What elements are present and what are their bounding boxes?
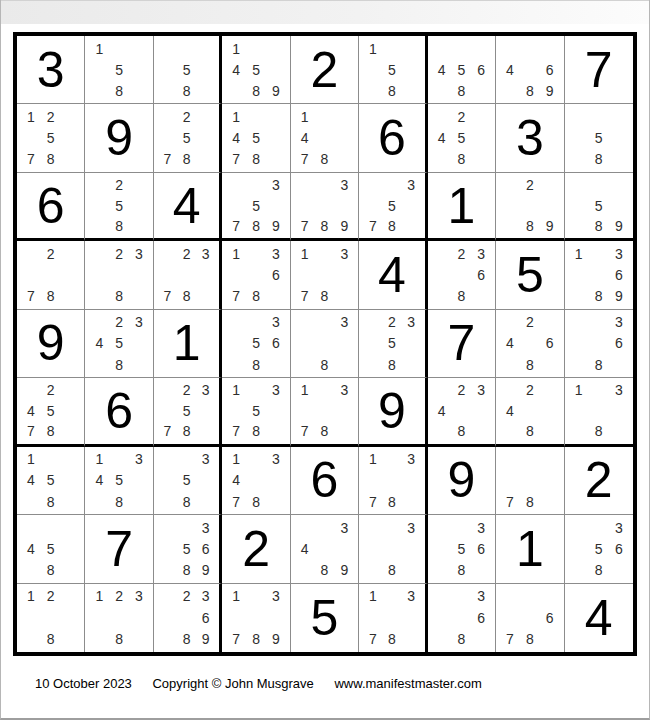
cell-r5c1[interactable]: 9: [17, 310, 85, 378]
cell-r2c7[interactable]: 2458: [428, 104, 496, 172]
cell-r9c3[interactable]: 23689: [154, 584, 222, 652]
cell-r6c9[interactable]: 138: [565, 378, 633, 446]
candidate-grid: 2348: [428, 378, 495, 443]
cell-r1c1[interactable]: 3: [17, 36, 85, 104]
candidate-digit: 8: [315, 149, 335, 170]
solved-digit: 9: [85, 104, 152, 171]
candidate-digit: 3: [266, 175, 286, 195]
candidate-digit: 5: [177, 470, 196, 491]
candidate-digit: 8: [246, 629, 266, 650]
candidate-digit: 9: [266, 80, 286, 101]
candidate-digit: 5: [41, 401, 61, 421]
cell-r2c6[interactable]: 6: [359, 104, 427, 172]
cell-r3c9[interactable]: 589: [565, 173, 633, 241]
cell-r3c8[interactable]: 289: [496, 173, 564, 241]
candidate-grid: 248: [496, 378, 563, 443]
candidate-digit: 4: [89, 333, 109, 354]
candidate-digit: 8: [382, 354, 401, 375]
candidate-digit: 3: [402, 449, 421, 470]
candidate-digit: 1: [569, 380, 589, 400]
candidate-digit: 8: [315, 354, 335, 375]
candidate-grid: 1478: [291, 104, 358, 171]
candidate-digit: 1: [89, 586, 109, 607]
candidate-digit: 8: [246, 80, 266, 101]
candidate-digit: 8: [109, 80, 129, 101]
candidate-digit: 9: [196, 559, 215, 580]
candidate-digit: 7: [363, 629, 382, 650]
cell-r7c9[interactable]: 2: [565, 447, 633, 515]
candidate-digit: 8: [451, 629, 471, 650]
candidate-digit: 3: [471, 586, 491, 607]
candidate-digit: 8: [246, 491, 266, 512]
cell-r2c9[interactable]: 58: [565, 104, 633, 172]
candidate-digit: 8: [109, 629, 129, 650]
candidate-digit: 8: [382, 80, 401, 101]
candidate-digit: 8: [246, 216, 266, 236]
cell-r1c8[interactable]: 4689: [496, 36, 564, 104]
candidate-digit: 5: [382, 333, 401, 354]
cell-r9c5[interactable]: 5: [291, 584, 359, 652]
cell-r9c6[interactable]: 1378: [359, 584, 427, 652]
candidate-digit: 2: [41, 106, 61, 127]
candidate-digit: 5: [109, 195, 129, 215]
candidate-digit: 5: [41, 128, 61, 149]
candidate-digit: 2: [451, 106, 471, 127]
candidate-digit: 1: [295, 243, 315, 264]
cell-r6c4[interactable]: 13578: [222, 378, 290, 446]
candidate-digit: 6: [266, 333, 286, 354]
candidate-digit: 3: [402, 175, 421, 195]
cell-r8c8[interactable]: 1: [496, 515, 564, 583]
candidate-grid: 14578: [222, 104, 289, 171]
candidate-digit: 3: [471, 243, 491, 264]
cell-r1c2[interactable]: 158: [85, 36, 153, 104]
candidate-digit: 1: [569, 243, 589, 264]
candidate-digit: 3: [196, 380, 215, 400]
cell-r5c6[interactable]: 2358: [359, 310, 427, 378]
cell-r9c9[interactable]: 4: [565, 584, 633, 652]
cell-r8c3[interactable]: 35689: [154, 515, 222, 583]
cell-r8c4[interactable]: 2: [222, 515, 290, 583]
candidate-digit: 9: [540, 80, 560, 101]
candidate-digit: 8: [520, 80, 540, 101]
candidate-digit: 8: [520, 629, 540, 650]
candidate-digit: 8: [451, 149, 471, 170]
candidate-grid: 23689: [154, 584, 219, 652]
candidate-grid: 13578: [222, 378, 289, 443]
candidate-digit: 4: [500, 59, 520, 80]
candidate-digit: 8: [315, 559, 335, 580]
candidate-digit: 3: [129, 312, 149, 333]
cell-r9c1[interactable]: 128: [17, 584, 85, 652]
candidate-digit: 8: [177, 491, 196, 512]
cell-r3c5[interactable]: 3789: [291, 173, 359, 241]
cell-r7c1[interactable]: 1458: [17, 447, 85, 515]
cell-r1c6[interactable]: 158: [359, 36, 427, 104]
candidate-grid: 3568: [222, 310, 289, 377]
candidate-digit: 3: [402, 312, 421, 333]
cell-r2c2[interactable]: 9: [85, 104, 153, 172]
candidate-digit: 6: [196, 538, 215, 559]
candidate-digit: 7: [295, 149, 315, 170]
candidate-digit: 7: [295, 216, 315, 236]
cell-r1c5[interactable]: 2: [291, 36, 359, 104]
candidate-digit: 7: [226, 421, 246, 441]
candidate-digit: 6: [196, 607, 215, 628]
candidate-digit: 8: [589, 286, 609, 307]
candidate-grid: 2458: [428, 104, 495, 171]
candidate-digit: 7: [226, 149, 246, 170]
candidate-digit: 5: [109, 59, 129, 80]
candidate-digit: 2: [177, 243, 196, 264]
cell-r4c8[interactable]: 5: [496, 241, 564, 309]
candidate-digit: 8: [315, 421, 335, 441]
candidate-digit: 5: [246, 401, 266, 421]
candidate-digit: 2: [451, 380, 471, 400]
candidate-digit: 1: [21, 449, 41, 470]
candidate-digit: 8: [41, 559, 61, 580]
candidate-digit: 8: [589, 149, 609, 170]
candidate-digit: 8: [177, 286, 196, 307]
candidate-digit: 8: [109, 354, 129, 375]
candidate-digit: 2: [177, 380, 196, 400]
candidate-grid: 1458: [17, 447, 84, 514]
candidate-digit: 8: [382, 559, 401, 580]
candidate-grid: 58: [565, 104, 633, 171]
cell-r7c2[interactable]: 13458: [85, 447, 153, 515]
candidate-digit: 4: [432, 401, 452, 421]
candidate-grid: 1378: [359, 447, 424, 514]
candidate-digit: 5: [109, 470, 129, 491]
candidate-digit: 2: [109, 243, 129, 264]
candidate-digit: 8: [177, 80, 196, 101]
candidate-grid: 289: [496, 173, 563, 238]
candidate-digit: 5: [382, 59, 401, 80]
cell-r6c1[interactable]: 24578: [17, 378, 85, 446]
candidate-grid: 2578: [154, 104, 219, 171]
candidate-digit: 6: [609, 538, 629, 559]
footer: 10 October 2023 Copyright © John Musgrav…: [35, 676, 482, 691]
cell-r3c3[interactable]: 4: [154, 173, 222, 241]
candidate-grid: 368: [565, 310, 633, 377]
candidate-grid: 38: [291, 310, 358, 377]
candidate-grid: 2378: [154, 241, 219, 308]
candidate-digit: 3: [196, 243, 215, 264]
candidate-digit: 3: [334, 175, 354, 195]
cell-r9c4[interactable]: 13789: [222, 584, 290, 652]
candidate-digit: 5: [246, 128, 266, 149]
candidate-grid: 4568: [428, 36, 495, 103]
solved-digit: 2: [291, 36, 358, 103]
candidate-digit: 8: [520, 491, 540, 512]
candidate-digit: 1: [363, 586, 382, 607]
candidate-digit: 6: [471, 607, 491, 628]
solved-digit: 6: [17, 173, 84, 238]
cell-r7c4[interactable]: 13478: [222, 447, 290, 515]
candidate-digit: 8: [451, 421, 471, 441]
solved-digit: 1: [428, 173, 495, 238]
candidate-digit: 7: [363, 491, 382, 512]
candidate-digit: 8: [246, 286, 266, 307]
candidate-grid: 3489: [291, 515, 358, 582]
candidate-digit: 8: [520, 421, 540, 441]
candidate-digit: 3: [266, 449, 286, 470]
candidate-digit: 4: [500, 333, 520, 354]
candidate-digit: 9: [609, 216, 629, 236]
candidate-digit: 7: [500, 629, 520, 650]
cell-r4c5[interactable]: 1378: [291, 241, 359, 309]
cell-r5c4[interactable]: 3568: [222, 310, 290, 378]
candidate-digit: 6: [471, 59, 491, 80]
candidate-digit: 1: [363, 449, 382, 470]
candidate-digit: 9: [609, 286, 629, 307]
candidate-digit: 7: [500, 491, 520, 512]
candidate-digit: 2: [382, 312, 401, 333]
solved-digit: 9: [17, 310, 84, 377]
cell-r8c2[interactable]: 7: [85, 515, 153, 583]
cell-r5c7[interactable]: 7: [428, 310, 496, 378]
candidate-digit: 5: [589, 538, 609, 559]
candidate-digit: 4: [89, 470, 109, 491]
candidate-digit: 8: [589, 559, 609, 580]
candidate-grid: 38: [359, 515, 424, 582]
candidate-digit: 1: [226, 106, 246, 127]
candidate-digit: 1: [89, 449, 109, 470]
candidate-grid: 589: [565, 173, 633, 238]
cell-r3c4[interactable]: 35789: [222, 173, 290, 241]
candidate-digit: 7: [158, 286, 177, 307]
cell-r4c7[interactable]: 2368: [428, 241, 496, 309]
solved-digit: 1: [154, 310, 219, 377]
cell-r7c7[interactable]: 9: [428, 447, 496, 515]
candidate-digit: 8: [177, 149, 196, 170]
candidate-digit: 8: [246, 421, 266, 441]
cell-r3c2[interactable]: 258: [85, 173, 153, 241]
candidate-digit: 3: [471, 380, 491, 400]
candidate-digit: 8: [382, 216, 401, 236]
solved-digit: 4: [154, 173, 219, 238]
candidate-digit: 1: [226, 243, 246, 264]
cell-r2c5[interactable]: 1478: [291, 104, 359, 172]
solved-digit: 6: [85, 378, 152, 443]
candidate-digit: 7: [226, 491, 246, 512]
cell-r3c6[interactable]: 3578: [359, 173, 427, 241]
candidate-grid: 138: [565, 378, 633, 443]
cell-r8c1[interactable]: 458: [17, 515, 85, 583]
candidate-digit: 3: [266, 312, 286, 333]
candidate-digit: 4: [432, 128, 452, 149]
solved-digit: 1: [496, 515, 563, 582]
solved-digit: 4: [565, 584, 633, 652]
cell-r6c6[interactable]: 9: [359, 378, 427, 446]
cell-r4c1[interactable]: 278: [17, 241, 85, 309]
candidate-grid: 2358: [359, 310, 424, 377]
candidate-digit: 2: [41, 380, 61, 400]
candidate-digit: 8: [41, 421, 61, 441]
candidate-grid: 13678: [222, 241, 289, 308]
cell-r7c8[interactable]: 78: [496, 447, 564, 515]
candidate-digit: 8: [589, 216, 609, 236]
candidate-grid: 13478: [222, 447, 289, 514]
candidate-grid: 13689: [565, 241, 633, 308]
candidate-grid: 3568: [565, 515, 633, 582]
cell-r1c4[interactable]: 14589: [222, 36, 290, 104]
solved-digit: 5: [291, 584, 358, 652]
solved-digit: 9: [428, 447, 495, 514]
cell-r2c4[interactable]: 14578: [222, 104, 290, 172]
cell-r6c8[interactable]: 248: [496, 378, 564, 446]
candidate-digit: 6: [471, 538, 491, 559]
candidate-grid: 678: [496, 584, 563, 652]
candidate-digit: 3: [129, 449, 149, 470]
cell-r6c3[interactable]: 23578: [154, 378, 222, 446]
candidate-digit: 3: [609, 243, 629, 264]
cell-r9c7[interactable]: 368: [428, 584, 496, 652]
candidate-digit: 1: [226, 586, 246, 607]
candidate-digit: 5: [382, 195, 401, 215]
candidate-grid: 78: [496, 447, 563, 514]
cell-r6c7[interactable]: 2348: [428, 378, 496, 446]
cell-r9c2[interactable]: 1238: [85, 584, 153, 652]
candidate-digit: 8: [520, 354, 540, 375]
candidate-digit: 5: [451, 128, 471, 149]
cell-r1c3[interactable]: 58: [154, 36, 222, 104]
cell-r4c2[interactable]: 238: [85, 241, 153, 309]
candidate-digit: 5: [109, 333, 129, 354]
cell-r7c6[interactable]: 1378: [359, 447, 427, 515]
candidate-digit: 1: [363, 38, 382, 59]
cell-r9c8[interactable]: 678: [496, 584, 564, 652]
cell-r2c8[interactable]: 3: [496, 104, 564, 172]
candidate-digit: 3: [609, 312, 629, 333]
candidate-digit: 7: [226, 216, 246, 236]
candidate-digit: 5: [177, 401, 196, 421]
candidate-digit: 3: [334, 243, 354, 264]
solved-digit: 6: [291, 447, 358, 514]
page: 3158581458921584568468971257892578145781…: [0, 0, 650, 720]
solved-digit: 6: [359, 104, 424, 171]
cell-r8c6[interactable]: 38: [359, 515, 427, 583]
solved-digit: 3: [496, 104, 563, 171]
cell-r4c6[interactable]: 4: [359, 241, 427, 309]
candidate-digit: 3: [196, 449, 215, 470]
candidate-digit: 8: [41, 149, 61, 170]
solved-digit: 2: [222, 515, 289, 582]
candidate-digit: 4: [21, 401, 41, 421]
candidate-grid: 3568: [428, 515, 495, 582]
candidate-grid: 4689: [496, 36, 563, 103]
candidate-digit: 7: [226, 629, 246, 650]
candidate-digit: 6: [609, 333, 629, 354]
candidate-digit: 5: [246, 333, 266, 354]
candidate-digit: 4: [295, 538, 315, 559]
solved-digit: 7: [428, 310, 495, 377]
candidate-digit: 4: [432, 59, 452, 80]
candidate-digit: 5: [451, 59, 471, 80]
candidate-digit: 4: [500, 401, 520, 421]
cell-r8c5[interactable]: 3489: [291, 515, 359, 583]
cell-r5c2[interactable]: 23458: [85, 310, 153, 378]
cell-r2c3[interactable]: 2578: [154, 104, 222, 172]
candidate-grid: 2468: [496, 310, 563, 377]
cell-r1c7[interactable]: 4568: [428, 36, 496, 104]
candidate-digit: 7: [158, 149, 177, 170]
candidate-digit: 2: [41, 243, 61, 264]
candidate-digit: 4: [21, 470, 41, 491]
candidate-digit: 2: [451, 243, 471, 264]
candidate-grid: 2368: [428, 241, 495, 308]
candidate-digit: 8: [520, 216, 540, 236]
candidate-digit: 9: [266, 216, 286, 236]
candidate-grid: 35689: [154, 515, 219, 582]
candidate-digit: 8: [41, 286, 61, 307]
candidate-grid: 14589: [222, 36, 289, 103]
candidate-digit: 8: [246, 354, 266, 375]
solved-digit: 4: [359, 241, 424, 308]
cell-r3c7[interactable]: 1: [428, 173, 496, 241]
candidate-grid: 23578: [154, 378, 219, 443]
candidate-grid: 23458: [85, 310, 152, 377]
cell-r4c3[interactable]: 2378: [154, 241, 222, 309]
candidate-digit: 3: [609, 517, 629, 538]
candidate-digit: 3: [334, 517, 354, 538]
cell-r6c2[interactable]: 6: [85, 378, 153, 446]
footer-website: www.manifestmaster.com: [334, 676, 481, 691]
cell-r6c5[interactable]: 1378: [291, 378, 359, 446]
candidate-digit: 3: [402, 586, 421, 607]
cell-r1c9[interactable]: 7: [565, 36, 633, 104]
solved-digit: 7: [565, 36, 633, 103]
candidate-digit: 3: [196, 586, 215, 607]
candidate-digit: 1: [226, 38, 246, 59]
cell-r5c5[interactable]: 38: [291, 310, 359, 378]
candidate-digit: 5: [41, 470, 61, 491]
titlebar: [1, 0, 649, 24]
candidate-digit: 8: [451, 286, 471, 307]
solved-digit: 2: [565, 447, 633, 514]
candidate-digit: 8: [589, 421, 609, 441]
cell-r5c3[interactable]: 1: [154, 310, 222, 378]
cell-r4c4[interactable]: 13678: [222, 241, 290, 309]
cell-r8c9[interactable]: 3568: [565, 515, 633, 583]
cell-r8c7[interactable]: 3568: [428, 515, 496, 583]
candidate-grid: 12578: [17, 104, 84, 171]
candidate-grid: 3789: [291, 173, 358, 238]
cell-r5c8[interactable]: 2468: [496, 310, 564, 378]
candidate-digit: 5: [177, 59, 196, 80]
candidate-digit: 1: [226, 449, 246, 470]
cell-r7c3[interactable]: 358: [154, 447, 222, 515]
candidate-digit: 7: [295, 421, 315, 441]
cell-r7c5[interactable]: 6: [291, 447, 359, 515]
candidate-digit: 2: [41, 586, 61, 607]
cell-r5c9[interactable]: 368: [565, 310, 633, 378]
cell-r3c1[interactable]: 6: [17, 173, 85, 241]
candidate-digit: 2: [109, 312, 129, 333]
candidate-digit: 3: [196, 517, 215, 538]
cell-r2c1[interactable]: 12578: [17, 104, 85, 172]
candidate-digit: 3: [129, 243, 149, 264]
candidate-digit: 8: [451, 80, 471, 101]
candidate-digit: 3: [609, 380, 629, 400]
candidate-digit: 2: [177, 586, 196, 607]
candidate-digit: 4: [21, 538, 41, 559]
candidate-grid: 1378: [291, 378, 358, 443]
cell-r4c9[interactable]: 13689: [565, 241, 633, 309]
candidate-digit: 3: [334, 312, 354, 333]
candidate-digit: 6: [540, 333, 560, 354]
candidate-digit: 7: [363, 216, 382, 236]
